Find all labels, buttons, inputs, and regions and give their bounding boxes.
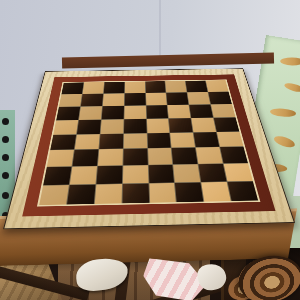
board-square[interactable] xyxy=(77,120,101,134)
board-square[interactable] xyxy=(72,150,98,167)
board-square[interactable] xyxy=(166,81,187,92)
board-square[interactable] xyxy=(124,93,145,105)
board-square[interactable] xyxy=(214,117,239,131)
board-square[interactable] xyxy=(186,81,208,92)
board-square[interactable] xyxy=(145,81,166,93)
board-square[interactable] xyxy=(169,118,193,132)
board-square[interactable] xyxy=(96,166,122,184)
board-square[interactable] xyxy=(104,82,125,94)
board-mahogany-frame xyxy=(22,74,275,216)
board-square[interactable] xyxy=(100,119,123,133)
gold-ornament-icon xyxy=(270,108,297,118)
board-square[interactable] xyxy=(59,94,82,106)
board-square[interactable] xyxy=(70,166,97,184)
board-square[interactable] xyxy=(39,185,69,205)
board-square[interactable] xyxy=(220,147,248,163)
board-square[interactable] xyxy=(168,105,191,118)
gold-ornament-icon xyxy=(273,134,297,150)
board-square[interactable] xyxy=(146,105,168,118)
rack-peg-icon xyxy=(2,172,9,179)
board-square[interactable] xyxy=(123,149,147,166)
board-square[interactable] xyxy=(167,92,189,104)
board-grid xyxy=(39,80,258,205)
board-square[interactable] xyxy=(95,184,122,204)
board-square[interactable] xyxy=(123,165,148,183)
board-square[interactable] xyxy=(50,135,76,150)
board-square[interactable] xyxy=(99,134,123,149)
board-square[interactable] xyxy=(189,104,213,117)
board-square[interactable] xyxy=(175,183,203,203)
board-square[interactable] xyxy=(98,149,123,166)
board-square[interactable] xyxy=(148,165,174,183)
board-square[interactable] xyxy=(194,132,220,147)
board-square[interactable] xyxy=(172,148,198,165)
board-square[interactable] xyxy=(124,119,147,133)
board-square[interactable] xyxy=(228,182,258,201)
rack-peg-icon xyxy=(2,118,9,125)
wall-corner-line xyxy=(159,0,161,58)
board-square[interactable] xyxy=(61,82,83,94)
board-square[interactable] xyxy=(102,106,124,119)
board-square[interactable] xyxy=(199,164,227,182)
board-square[interactable] xyxy=(206,80,228,91)
board-square[interactable] xyxy=(224,164,253,182)
board-square[interactable] xyxy=(122,184,149,204)
board-square[interactable] xyxy=(192,118,217,132)
scene xyxy=(0,0,300,300)
board-square[interactable] xyxy=(146,93,167,105)
gold-ornament-icon xyxy=(280,57,300,65)
board-square[interactable] xyxy=(211,104,235,117)
rack-peg-icon xyxy=(2,136,9,143)
gold-ornament-icon xyxy=(283,82,300,94)
chess-board xyxy=(3,68,295,229)
board-square[interactable] xyxy=(43,167,71,185)
board-square[interactable] xyxy=(174,165,201,183)
board-outer-border xyxy=(3,68,295,229)
rack-peg-icon xyxy=(2,154,9,161)
board-square[interactable] xyxy=(79,106,102,119)
board-square[interactable] xyxy=(124,106,146,119)
board-square[interactable] xyxy=(147,119,170,133)
board-square[interactable] xyxy=(123,133,146,148)
board-square[interactable] xyxy=(103,93,124,105)
board-square[interactable] xyxy=(56,107,80,120)
board-square[interactable] xyxy=(202,182,231,202)
board-square[interactable] xyxy=(188,92,211,104)
board-square[interactable] xyxy=(81,94,103,106)
board-square[interactable] xyxy=(148,148,173,165)
board-square[interactable] xyxy=(217,132,243,147)
rack-peg-icon xyxy=(2,192,9,199)
board-square[interactable] xyxy=(83,82,104,94)
board-square[interactable] xyxy=(47,150,74,167)
board-square[interactable] xyxy=(170,132,195,147)
board-square[interactable] xyxy=(149,183,176,203)
board-square[interactable] xyxy=(147,133,171,148)
board-pinstripe xyxy=(37,79,260,206)
board-square[interactable] xyxy=(53,120,78,134)
board-square[interactable] xyxy=(208,92,231,104)
board-square[interactable] xyxy=(125,81,145,93)
board-square[interactable] xyxy=(75,134,100,149)
board-square[interactable] xyxy=(67,185,95,205)
board-square[interactable] xyxy=(196,147,223,164)
